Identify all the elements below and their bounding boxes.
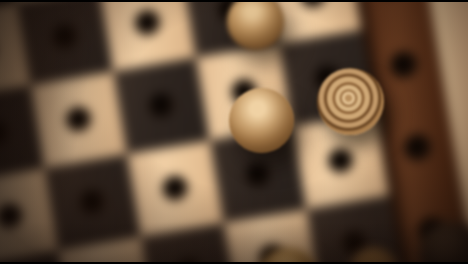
peg-hole [326,146,356,176]
photo-frame [0,0,468,264]
peg-hole [402,132,434,164]
white-pawn-near [229,88,294,153]
peg-hole [0,119,11,149]
square-c3-r2 [17,0,114,85]
peg-hole [0,202,25,232]
white-pawn-far [227,0,284,50]
peg-hole [64,105,94,135]
square-c3-r4 [44,154,141,251]
peg-hole [133,8,163,38]
peg-hole [147,91,177,121]
square-c4-r3 [113,58,210,155]
peg-hole [243,160,273,190]
letterbox-top [0,0,468,2]
peg-hole [50,22,80,52]
peg-hole [78,188,108,218]
peg-hole [388,49,420,81]
square-c4-r4 [127,140,224,237]
square-c3-r3 [30,71,127,168]
white-rook [317,68,384,135]
peg-hole [160,174,190,204]
